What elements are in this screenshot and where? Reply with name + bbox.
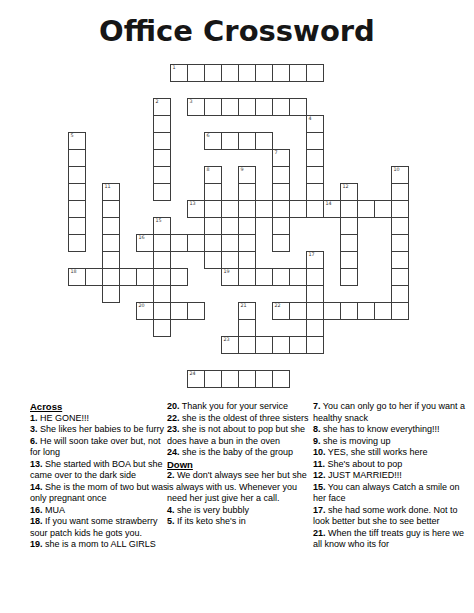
grid-cell[interactable] [306, 319, 324, 337]
grid-cell[interactable] [119, 268, 137, 286]
cell-number: 17 [309, 252, 315, 258]
cell-number: 13 [190, 201, 196, 207]
cell-number: 7 [275, 150, 278, 156]
grid-cell[interactable] [306, 285, 324, 303]
cell-number: 12 [343, 184, 349, 190]
grid-cell[interactable] [238, 336, 256, 354]
grid-cell[interactable]: 6 [204, 132, 222, 150]
cell-number: 2 [156, 99, 159, 105]
grid-cell[interactable] [102, 217, 120, 235]
cell-number: 24 [190, 371, 196, 377]
grid-cell[interactable] [238, 200, 256, 218]
grid-cell[interactable] [391, 302, 409, 320]
clue-column: 7. You can only go to her if you want a … [313, 401, 470, 551]
grid-cell[interactable] [221, 98, 239, 116]
grid-cell[interactable] [238, 319, 256, 337]
grid-cell[interactable] [153, 183, 171, 201]
clue-18-across: 18. If you want some strawberry sour pat… [30, 516, 168, 539]
grid-cell[interactable] [255, 336, 273, 354]
grid-cell[interactable] [153, 319, 171, 337]
cell-number: 9 [241, 167, 244, 173]
grid-cell[interactable] [272, 98, 290, 116]
grid-cell[interactable] [102, 200, 120, 218]
grid-cell[interactable] [306, 166, 324, 184]
grid-cell[interactable] [289, 98, 307, 116]
grid-cell[interactable] [204, 251, 222, 269]
grid-cell[interactable] [221, 200, 239, 218]
clue-21-down: 21. When the tiff treats guy is here we … [313, 528, 470, 551]
clue-8-down: 8. she has to know everything!!! [313, 424, 470, 436]
grid-cell[interactable] [204, 370, 222, 388]
grid-cell[interactable] [374, 200, 392, 218]
grid-cell[interactable] [204, 183, 222, 201]
grid-cell[interactable] [340, 302, 358, 320]
grid-cell[interactable] [153, 149, 171, 167]
grid-cell[interactable]: 23 [221, 336, 239, 354]
grid-cell[interactable] [68, 217, 86, 235]
clue-4-down: 4. she is very bubbly [167, 505, 313, 517]
clue-12-down: 12. JUST MARRIED!!! [313, 470, 470, 482]
grid-cell[interactable] [357, 302, 375, 320]
clue-5-down: 5. If its keto she's in [167, 516, 313, 528]
grid-cell[interactable] [136, 268, 154, 286]
cell-number: 6 [207, 133, 210, 139]
grid-cell[interactable] [68, 166, 86, 184]
grid-cell[interactable] [255, 98, 273, 116]
grid-cell[interactable] [289, 336, 307, 354]
clue-9-down: 9. she is moving up [313, 436, 470, 448]
cell-number: 4 [309, 116, 312, 122]
grid-cell[interactable] [102, 234, 120, 252]
grid-cell[interactable] [374, 302, 392, 320]
cell-number: 1 [173, 65, 176, 71]
down-header: Down [167, 459, 313, 471]
cell-number: 14 [326, 201, 332, 207]
clue-column: Across1. HE GONE!!!3. She likes her babi… [30, 401, 168, 551]
grid-cell[interactable] [357, 200, 375, 218]
grid-cell[interactable]: 12 [340, 183, 358, 201]
grid-cell[interactable] [255, 64, 273, 82]
grid-cell[interactable] [306, 132, 324, 150]
grid-cell[interactable] [272, 166, 290, 184]
clue-14-across: 14. She is the mom of two but was only p… [30, 482, 168, 505]
grid-cell[interactable] [306, 302, 324, 320]
grid-cell[interactable] [255, 132, 273, 150]
grid-cell[interactable]: 11 [102, 183, 120, 201]
cell-number: 3 [190, 99, 193, 105]
grid-cell[interactable] [340, 234, 358, 252]
grid-cell[interactable] [238, 98, 256, 116]
grid-cell[interactable] [272, 183, 290, 201]
grid-cell[interactable] [340, 217, 358, 235]
grid-cell[interactable] [323, 302, 341, 320]
grid-cell[interactable]: 19 [221, 268, 239, 286]
clue-column: 20. Thank you for your service22. she is… [167, 401, 313, 528]
grid-cell[interactable]: 18 [68, 268, 86, 286]
cell-number: 23 [224, 337, 230, 343]
grid-cell[interactable] [391, 285, 409, 303]
grid-cell[interactable]: 17 [306, 251, 324, 269]
grid-cell[interactable]: 3 [187, 98, 205, 116]
grid-cell[interactable] [187, 234, 205, 252]
clue-11-down: 11. She's about to pop [313, 459, 470, 471]
grid-cell[interactable] [289, 268, 307, 286]
clue-1-across: 1. HE GONE!!! [30, 413, 168, 425]
grid-cell[interactable] [204, 64, 222, 82]
grid-cell[interactable] [306, 200, 324, 218]
grid-cell[interactable] [289, 302, 307, 320]
grid-cell[interactable] [170, 302, 188, 320]
grid-cell[interactable] [102, 268, 120, 286]
grid-cell[interactable]: 1 [170, 64, 188, 82]
grid-cell[interactable]: 5 [68, 132, 86, 150]
grid-cell[interactable]: 16 [136, 234, 154, 252]
grid-cell[interactable] [204, 234, 222, 252]
grid-cell[interactable]: 21 [238, 302, 256, 320]
grid-cell[interactable]: 2 [153, 98, 171, 116]
clue-3-across: 3. She likes her babies to be furry [30, 424, 168, 436]
grid-cell[interactable] [221, 370, 239, 388]
grid-cell[interactable]: 10 [391, 166, 409, 184]
cell-number: 22 [275, 303, 281, 309]
grid-cell[interactable] [238, 217, 256, 235]
grid-cell[interactable]: 24 [187, 370, 205, 388]
grid-cell[interactable] [221, 132, 239, 150]
grid-cell[interactable] [102, 285, 120, 303]
clue-6-across: 6. He will soon take over but, not for l… [30, 436, 168, 459]
grid-cell[interactable] [238, 251, 256, 269]
grid-cell[interactable] [68, 183, 86, 201]
grid-cell[interactable] [238, 234, 256, 252]
grid-cell[interactable] [68, 200, 86, 218]
grid-cell[interactable] [238, 183, 256, 201]
grid-cell[interactable] [391, 268, 409, 286]
grid-cell[interactable] [238, 64, 256, 82]
grid-cell[interactable] [391, 183, 409, 201]
grid-cell[interactable] [272, 370, 290, 388]
grid-cell[interactable] [255, 370, 273, 388]
grid-cell[interactable] [153, 268, 171, 286]
grid-cell[interactable] [272, 336, 290, 354]
grid-cell[interactable] [306, 268, 324, 286]
clue-7-down: 7. You can only go to her if you want a … [313, 401, 470, 424]
clue-2-down: 2. We don't always see her but she is al… [167, 470, 313, 505]
grid-cell[interactable] [238, 132, 256, 150]
cell-number: 20 [139, 303, 145, 309]
grid-cell[interactable] [238, 268, 256, 286]
clue-17-down: 17. she had some work done. Not to look … [313, 505, 470, 528]
clue-20-across: 20. Thank you for your service [167, 401, 313, 413]
clue-13-across: 13. She started with BOA but she came ov… [30, 459, 168, 482]
grid-cell[interactable] [289, 200, 307, 218]
grid-cell[interactable] [68, 234, 86, 252]
cell-number: 18 [71, 269, 77, 275]
grid-cell[interactable] [391, 234, 409, 252]
grid-cell[interactable] [153, 115, 171, 133]
grid-cell[interactable] [153, 302, 171, 320]
grid-cell[interactable] [68, 149, 86, 167]
cell-number: 21 [241, 303, 247, 309]
clue-10-down: 10. YES, she still works here [313, 447, 470, 459]
cell-number: 19 [224, 269, 230, 275]
clue-19-across: 19. she is a mom to ALL GIRLS [30, 539, 168, 551]
grid-cell[interactable] [153, 234, 171, 252]
clue-22-across: 22. she is the oldest of three sisters [167, 413, 313, 425]
grid-cell[interactable] [306, 64, 324, 82]
grid-cell[interactable]: 15 [153, 217, 171, 235]
grid-cell[interactable] [340, 251, 358, 269]
clue-24-across: 24. she is the baby of the group [167, 447, 313, 459]
grid-cell[interactable] [272, 64, 290, 82]
grid-cell[interactable] [187, 302, 205, 320]
grid-cell[interactable] [221, 64, 239, 82]
cell-number: 11 [105, 184, 111, 190]
grid-cell[interactable] [153, 285, 171, 303]
grid-cell[interactable] [306, 183, 324, 201]
grid-cell[interactable] [391, 251, 409, 269]
grid-cell[interactable] [238, 370, 256, 388]
grid-cell[interactable] [272, 268, 290, 286]
grid-cell[interactable] [153, 132, 171, 150]
cell-number: 15 [156, 218, 162, 224]
grid-cell[interactable] [306, 149, 324, 167]
grid-cell[interactable]: 4 [306, 115, 324, 133]
across-header: Across [30, 401, 168, 413]
clue-23-across: 23. she is not about to pop but she does… [167, 424, 313, 447]
grid-cell[interactable] [85, 268, 103, 286]
crossword-page: Office Crossword 12345678910111213141516… [0, 0, 474, 613]
grid-cell[interactable] [272, 217, 290, 235]
grid-cell[interactable] [204, 200, 222, 218]
grid-cell[interactable] [187, 64, 205, 82]
grid-cell[interactable] [272, 234, 290, 252]
grid-cell[interactable] [221, 234, 239, 252]
grid-cell[interactable]: 13 [187, 200, 205, 218]
cell-number: 16 [139, 235, 145, 241]
grid-cell[interactable] [340, 200, 358, 218]
grid-cell[interactable]: 14 [323, 200, 341, 218]
grid-cell[interactable]: 9 [238, 166, 256, 184]
cell-number: 5 [71, 133, 74, 139]
grid-cell[interactable] [391, 200, 409, 218]
grid-cell[interactable] [272, 200, 290, 218]
grid-cell[interactable]: 22 [272, 302, 290, 320]
grid-cell[interactable] [306, 336, 324, 354]
grid-cell[interactable] [153, 251, 171, 269]
grid-cell[interactable] [102, 251, 120, 269]
grid-cell[interactable] [204, 217, 222, 235]
grid-cell[interactable] [170, 268, 188, 286]
grid-cell[interactable]: 8 [204, 166, 222, 184]
grid-cell[interactable]: 20 [136, 302, 154, 320]
grid-cell[interactable] [170, 234, 188, 252]
grid-cell[interactable] [255, 268, 273, 286]
cell-number: 8 [207, 167, 210, 173]
clue-15-down: 15. You can always Catch a smile on her … [313, 482, 470, 505]
cell-number: 10 [394, 167, 400, 173]
clue-16-across: 16. MUA [30, 505, 168, 517]
grid-cell[interactable]: 7 [272, 149, 290, 167]
grid-cell[interactable] [153, 166, 171, 184]
grid-cell[interactable] [204, 98, 222, 116]
grid-cell[interactable] [255, 200, 273, 218]
grid-cell[interactable] [391, 217, 409, 235]
grid-cell[interactable] [340, 268, 358, 286]
grid-cell[interactable] [289, 64, 307, 82]
